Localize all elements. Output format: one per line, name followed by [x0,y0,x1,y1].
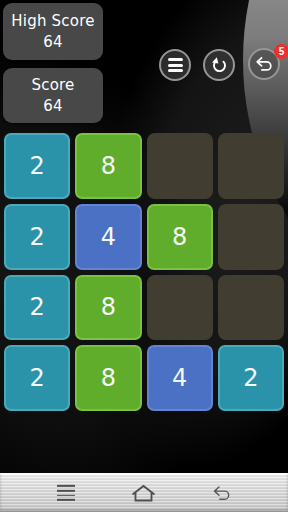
hamburger-menu-icon [168,57,183,74]
nav-home-button[interactable] [130,484,157,502]
rotate-undo-icon [210,56,229,75]
navigation-bar [0,473,288,512]
tile-2: 2 [4,133,70,199]
phone-screen: High Score 64 Score 64 5 28248282842 [0,0,288,512]
tile-8: 8 [75,275,141,341]
empty-cell [218,204,284,270]
score-value: 64 [43,96,63,117]
undo-steps-button[interactable]: 5 [248,48,280,80]
tile-8: 8 [75,345,141,411]
empty-cell [218,275,284,341]
high-score-label: High Score [11,11,94,32]
nav-menu-button[interactable] [57,484,75,502]
empty-cell [147,133,213,199]
tile-2: 2 [4,345,70,411]
undo-button[interactable] [203,49,235,81]
game-board[interactable]: 28248282842 [4,133,284,411]
tile-2: 2 [218,345,284,411]
back-hook-arrow-icon [255,56,274,72]
high-score-box: High Score 64 [3,3,103,60]
score-label: Score [31,75,74,96]
tile-8: 8 [75,133,141,199]
empty-cell [218,133,284,199]
tile-2: 2 [4,275,70,341]
undo-count-badge: 5 [274,44,288,59]
nav-back-button[interactable] [209,486,235,501]
menu-button[interactable] [159,49,191,81]
empty-cell [147,275,213,341]
high-score-value: 64 [43,32,63,53]
tile-8: 8 [147,204,213,270]
tile-4: 4 [75,204,141,270]
score-box: Score 64 [3,68,103,123]
tile-4: 4 [147,345,213,411]
tile-2: 2 [4,204,70,270]
